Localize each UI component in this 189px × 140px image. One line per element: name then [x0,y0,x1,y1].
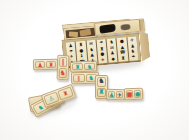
domino-half: ♟ [35,61,45,68]
camel-icon: ♞ [88,75,93,81]
domino-half: ♞ [59,68,67,78]
boat-icon: ♜ [48,61,54,67]
stored-tile [69,31,78,36]
domino-tile: ‖ ♞ [57,55,70,80]
domino-half: ♟ [108,91,115,98]
domino-half: ♞ [84,63,95,70]
boat-icon: ♜ [98,89,104,96]
boat-icon: ♜ [75,64,81,70]
sled-icon: ♟ [37,62,43,68]
domino-tile: ♜ ♞ [70,61,97,73]
camel-icon: ♞ [98,78,104,85]
ladder-icon: ‖ [61,58,65,65]
plane-icon: ✈ [117,92,122,98]
domino-half: ‖ [73,74,85,82]
boot-icon: ♞ [60,69,67,76]
train-icon: ♟ [109,91,115,97]
domino-half: ♜ [97,88,106,98]
lid-end-edge [139,20,144,31]
domino-half: ♞ [97,77,106,87]
domino-half: ● [134,90,141,98]
domino-half: ✈ [116,91,123,98]
stored-tile [79,29,91,37]
domino-tile: ♟ ♜ [33,59,58,71]
ball-icon: ● [135,91,140,97]
shoe-icon: ♞ [87,63,93,69]
ladder-icon: ‖ [77,75,80,81]
domino-tile: ♟ ✈ [106,89,125,101]
car-icon: ■ [127,91,133,97]
product-photo-scene: ♟ ☂ ✈ ♞ ♜ ● ♝ ☎ ✉ ♞ ▲ ♟ ☂ ♜ ● ✈ ♞ ✉ ♟ ◆ … [0,0,189,140]
domino-half: ♜ [57,86,74,100]
brand-stamp-icon [99,24,116,34]
domino-half: ♜ [72,63,83,70]
domino-tile: ■ ● [124,88,143,101]
boat-icon: ♜ [62,90,69,97]
domino-half: ■ [126,90,133,98]
domino-half: ♜ [46,61,56,68]
domino-half: ‖ [59,57,67,67]
pram-icon: ♙ [48,95,55,102]
secondary-stamp-icon [120,24,130,31]
stored-tile-face: ✈ ♟ ♞ ☂ [127,36,138,61]
